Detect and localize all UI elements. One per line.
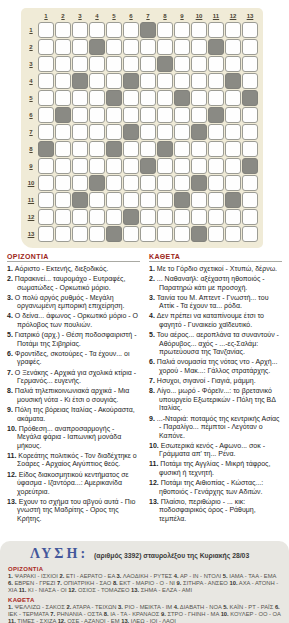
cell-r2c10[interactable] xyxy=(191,39,207,55)
cell-r4c7[interactable] xyxy=(140,73,156,89)
cell-r3c9[interactable] xyxy=(174,56,190,72)
col-label-13: 13 xyxy=(242,11,258,21)
cell-r3c7[interactable] xyxy=(140,56,156,72)
across-clue-item: 4.Ο δείνα... άφωνος - Ορκωτικό μόριο - Ο… xyxy=(7,312,140,329)
block-cell-r5c13 xyxy=(242,90,258,106)
cell-r5c3[interactable] xyxy=(72,90,88,106)
clue-number: 6. xyxy=(149,358,155,365)
cell-r1c3[interactable] xyxy=(72,22,88,38)
cell-r12c4[interactable] xyxy=(89,209,105,225)
cell-r12c12[interactable] xyxy=(225,209,241,225)
col-label-1: 1 xyxy=(38,11,54,21)
solution-entry-number: 10. xyxy=(221,611,229,617)
crossword-grid: 1234567891011121312345678910111213 xyxy=(25,11,258,242)
cell-r3c13[interactable] xyxy=(242,56,258,72)
cell-r4c1[interactable] xyxy=(38,73,54,89)
clue-number: 9. xyxy=(7,406,13,413)
solution-entry: 11. ΤΙΜΕΣ - ΣΧΙΖΑ xyxy=(8,618,58,623)
cell-r9c10[interactable] xyxy=(191,158,207,174)
cell-r13c12[interactable] xyxy=(225,226,241,242)
cell-r1c2[interactable] xyxy=(55,22,71,38)
clue-text: Ησυχοι, σιγανοί - Γιαγιά, μάμμη. xyxy=(157,377,256,384)
block-cell-r4c12 xyxy=(225,73,241,89)
cell-r6c5[interactable] xyxy=(106,107,122,123)
down-clue-item: 11.Ποτάμι της Αγγλίας - Μικρή τάφρος, φυ… xyxy=(149,460,282,477)
cell-r7c4[interactable] xyxy=(89,124,105,140)
solution-entry-number: 7. xyxy=(50,611,55,617)
cell-r13c7[interactable] xyxy=(140,226,156,242)
solution-entry-answers: ΟΣΙΟΣ - ΤΟΜΑΖΕΟ xyxy=(78,587,129,593)
cell-r10c3[interactable] xyxy=(72,175,88,191)
solution-entry: 8. ΙΑ - ΤΑ - ΚΡΑΝΑΟΣ xyxy=(104,611,161,617)
cell-r8c6[interactable] xyxy=(123,141,139,157)
cell-r8c13[interactable] xyxy=(242,141,258,157)
block-cell-r5c5 xyxy=(106,90,122,106)
solution-entry: 12. ΟΣΕ - ΑΖΑΝΟΙ - ΕΜ xyxy=(58,618,122,623)
cell-r2c1[interactable] xyxy=(38,39,54,55)
cell-r11c6[interactable] xyxy=(123,192,139,208)
cell-r8c10[interactable] xyxy=(191,141,207,157)
cell-r12c2[interactable] xyxy=(55,209,71,225)
clue-number: 6. xyxy=(7,350,13,357)
clue-text: ... Ναθαναήλ: αξέχαστη ηθοποιός - Παρατη… xyxy=(157,275,265,291)
cell-r2c2[interactable] xyxy=(55,39,71,55)
cell-r1c1[interactable] xyxy=(38,22,54,38)
cell-r13c11[interactable] xyxy=(208,226,224,242)
cell-r4c4[interactable] xyxy=(89,73,105,89)
solution-entry-answers: ΕΚΤ - ΜΑΡΙΟ - Ο - ΝΙ xyxy=(119,580,175,586)
clue-number: 13. xyxy=(7,498,17,505)
cell-r3c2[interactable] xyxy=(55,56,71,72)
cell-r9c8[interactable] xyxy=(157,158,173,174)
down-clue-item: 4.Δεν πρέπει να καταπίνουμε έτσι το φαγη… xyxy=(149,312,282,329)
clue-text: Πόλη της βόρειας Ιταλίας - Ακούραστα, ακ… xyxy=(15,406,135,422)
solution-entry: 1. ΨΑΡΑΚΙ - ΙΣΧΙΟΙ xyxy=(8,573,60,579)
block-cell-r8c5 xyxy=(106,141,122,157)
cell-r2c3[interactable] xyxy=(72,39,88,55)
block-cell-r6c2 xyxy=(55,107,71,123)
cell-r11c4[interactable] xyxy=(89,192,105,208)
across-clue-item: 5.Γιατρικό (αρχ.) - Θέση ποδοσφαιριστή -… xyxy=(7,331,140,348)
cell-r4c5[interactable] xyxy=(106,73,122,89)
col-label-4: 4 xyxy=(89,11,105,21)
row-label-4: 4 xyxy=(25,73,37,89)
solution-entry-number: 9. xyxy=(177,580,182,586)
cell-r7c5[interactable] xyxy=(106,124,122,140)
cell-r5c12[interactable] xyxy=(225,90,241,106)
solution-entry-number: 13. xyxy=(131,587,139,593)
clue-number: 1. xyxy=(149,265,155,272)
block-cell-r11c3 xyxy=(72,192,88,208)
solution-panel: ΛΥΣΗ: (αριθμός 3392) σταυρολέξου της Κυρ… xyxy=(0,541,289,623)
clue-number: 4. xyxy=(7,312,13,319)
cell-r6c3[interactable] xyxy=(72,107,88,123)
across-clue-item: 7.Ο Ξενάκης - Αρχικά για σχολικά κτίρια … xyxy=(7,369,140,386)
cell-r3c4[interactable] xyxy=(89,56,105,72)
clue-number: 12. xyxy=(7,471,17,478)
clues-section: ΟΡΙΖΟΝΤΙΑ 1.Αόριστο - Εκτενής, διεξοδικό… xyxy=(0,248,289,525)
solution-entry-number: 11. xyxy=(8,618,16,623)
clue-number: 2. xyxy=(7,275,13,282)
down-clue-item: 13.Πλαίσιο, περιθώριο - ... κικ: ποδοσφα… xyxy=(149,498,282,524)
cell-r11c10[interactable] xyxy=(191,192,207,208)
down-clue-item: 3.Ταινία του Μ. Απτεντ - Γνωστή... του Α… xyxy=(149,294,282,311)
cell-r13c4[interactable] xyxy=(89,226,105,242)
cell-r2c6[interactable] xyxy=(123,39,139,55)
cell-r3c11[interactable] xyxy=(208,56,224,72)
down-clue-item: 9....-Νταριά: ποταμός της κεντρικής Ασία… xyxy=(149,415,282,441)
cell-r12c5[interactable] xyxy=(106,209,122,225)
cell-r11c11[interactable] xyxy=(208,192,224,208)
cell-r13c13[interactable] xyxy=(242,226,258,242)
cell-r6c7[interactable] xyxy=(140,107,156,123)
cell-r13c2[interactable] xyxy=(55,226,71,242)
cell-r5c6[interactable] xyxy=(123,90,139,106)
cell-r4c13[interactable] xyxy=(242,73,258,89)
clue-number: 8. xyxy=(149,387,155,394)
solution-entry: 12. ΟΣΙΟΣ - ΤΟΜΑΖΕΟ xyxy=(68,587,131,593)
solution-entry: 5. ΚΑΪΝ - ΡΤ - ΡΑΪΣ xyxy=(223,604,275,610)
cell-r8c4[interactable] xyxy=(89,141,105,157)
cell-r6c6[interactable] xyxy=(123,107,139,123)
cell-r2c8[interactable] xyxy=(157,39,173,55)
cell-r9c11[interactable] xyxy=(208,158,224,174)
solution-entry-number: 3. xyxy=(117,573,122,579)
solution-entry-answers: ΚΟΥΛΕΡ - ΟΟ - ΟΑ xyxy=(230,611,280,617)
cell-r1c6[interactable] xyxy=(123,22,139,38)
cell-r2c5[interactable] xyxy=(106,39,122,55)
cell-r10c7[interactable] xyxy=(140,175,156,191)
block-cell-r11c12 xyxy=(225,192,241,208)
solution-entry-number: 5. xyxy=(223,573,228,579)
cell-r5c8[interactable] xyxy=(157,90,173,106)
across-clue-item: 9.Πόλη της βόρειας Ιταλίας - Ακούραστα, … xyxy=(7,406,140,423)
block-cell-r13c10 xyxy=(191,226,207,242)
cell-r5c1[interactable] xyxy=(38,90,54,106)
cell-r7c2[interactable] xyxy=(55,124,71,140)
cell-r3c6[interactable] xyxy=(123,56,139,72)
crossword-page: 1234567891011121312345678910111213 ΟΡΙΖΟ… xyxy=(0,0,289,623)
cell-r13c8[interactable] xyxy=(157,226,173,242)
block-cell-r12c6 xyxy=(123,209,139,225)
cell-r9c6[interactable] xyxy=(123,158,139,174)
solution-entry-number: 6. xyxy=(8,580,13,586)
cell-r12c10[interactable] xyxy=(191,209,207,225)
cell-r9c3[interactable] xyxy=(72,158,88,174)
cell-r1c9[interactable] xyxy=(174,22,190,38)
across-clue-item: 8.Παλιά τηλεπικοινωνιακά αρχικά - Μια μο… xyxy=(7,387,140,404)
cell-r6c1[interactable] xyxy=(38,107,54,123)
clue-number: 13. xyxy=(149,498,159,505)
solution-entry: 1. ΨΕΛΛΙΖΩ - ΣΑΚΟΣ xyxy=(8,604,66,610)
clue-text: Ο δείνα... άφωνος - Ορκωτικό μόριο - Ο π… xyxy=(15,312,138,328)
cell-r6c13[interactable] xyxy=(242,107,258,123)
clue-text: Κορεάτης πολιτικός - Τον διαδέχτηκε ο Σο… xyxy=(17,452,137,468)
cell-r11c5[interactable] xyxy=(106,192,122,208)
clue-number: 10. xyxy=(7,425,17,432)
row-label-1: 1 xyxy=(25,22,37,38)
cell-r7c12[interactable] xyxy=(225,124,241,140)
solution-entry-answers: ΕΤΙ - ΑΕΡΑΤΟ - ΕΑ xyxy=(66,573,115,579)
solution-entry-answers: ΚΑΪΝ - ΡΤ - ΡΑΪΣ xyxy=(230,604,274,610)
solution-entry-number: 2. xyxy=(60,573,65,579)
block-cell-r11c9 xyxy=(174,192,190,208)
cell-r7c13[interactable] xyxy=(242,124,258,140)
solution-entry-number: 13. xyxy=(121,618,129,623)
solution-entry: 8. ΕΚΤ - ΜΑΡΙΟ - Ο - ΝΙ xyxy=(113,580,177,586)
cell-r10c12[interactable] xyxy=(225,175,241,191)
clue-number: 11. xyxy=(149,460,158,467)
cell-r3c5[interactable] xyxy=(106,56,122,72)
col-label-9: 9 xyxy=(174,11,190,21)
cell-r10c11[interactable] xyxy=(208,175,224,191)
solution-entry-answers: ΡΙΟ - ΜΕΙΚΤΑ - ΙΜ xyxy=(125,604,173,610)
cell-r3c10[interactable] xyxy=(191,56,207,72)
cell-r1c12[interactable] xyxy=(225,22,241,38)
solution-entry-answers: ΡΗΝΑΝΙΑ - ΟΣΤΑ xyxy=(57,611,102,617)
clue-number: 8. xyxy=(7,387,13,394)
across-clue-item: 12.Είδος διακοσμητικού κεντήματος σε ύφα… xyxy=(7,471,140,497)
clue-text: Εχουν το σχήμα του αβγού αυτά - Πιο γνωσ… xyxy=(17,498,135,522)
cell-r4c2[interactable] xyxy=(55,73,71,89)
col-label-5: 5 xyxy=(106,11,122,21)
solution-entry: 3. ΛΑΟΔΙΚΗ - ΡΥΤΕΣ xyxy=(117,573,174,579)
cell-r13c6[interactable] xyxy=(123,226,139,242)
solution-entry-answers: ΚΙ - ΝΙΑΣΑ - ΟΙ xyxy=(28,587,67,593)
cell-r12c3[interactable] xyxy=(72,209,88,225)
cell-r7c3[interactable] xyxy=(72,124,88,140)
row-label-9: 9 xyxy=(25,158,37,174)
cell-r10c6[interactable] xyxy=(123,175,139,191)
row-label-2: 2 xyxy=(25,39,37,55)
cell-r3c12[interactable] xyxy=(225,56,241,72)
row-label-3: 3 xyxy=(25,56,37,72)
crossword-board-panel: 1234567891011121312345678910111213 xyxy=(21,8,263,248)
row-label-10: 10 xyxy=(25,175,37,191)
cell-r6c4[interactable] xyxy=(89,107,105,123)
cell-r10c1[interactable] xyxy=(38,175,54,191)
cell-r9c9[interactable] xyxy=(174,158,190,174)
solution-entry: 13. ΣΗΜΑ - ΕΛΖΑ - ΑΜΙ xyxy=(131,587,192,593)
solution-entry-number: 2. xyxy=(66,604,71,610)
col-label-2: 2 xyxy=(55,11,71,21)
cell-r4c8[interactable] xyxy=(157,73,173,89)
cell-r6c12[interactable] xyxy=(225,107,241,123)
across-clue-item: 2.Παρακινεί... ταυρομάχο - Ευτραφές, σωμ… xyxy=(7,275,140,292)
cell-r7c8[interactable] xyxy=(157,124,173,140)
col-label-7: 7 xyxy=(140,11,156,21)
clue-number: 1. xyxy=(7,265,13,272)
cell-r3c3[interactable] xyxy=(72,56,88,72)
cell-r10c13[interactable] xyxy=(242,175,258,191)
solution-across-text: 1. ΨΑΡΑΚΙ - ΙΣΧΙΟΙ 2. ΕΤΙ - ΑΕΡΑΤΟ - ΕΑ … xyxy=(8,573,281,593)
solution-entry-number: 10. xyxy=(229,580,237,586)
down-clue-item: 5.Του αέρος... αεροπλάνα τα συναντούν - … xyxy=(149,331,282,357)
cell-r10c8[interactable] xyxy=(157,175,173,191)
clue-text: Αόριστο - Εκτενής, διεξοδικός. xyxy=(15,265,108,272)
cell-r6c9[interactable] xyxy=(174,107,190,123)
cell-r4c10[interactable] xyxy=(191,73,207,89)
cell-r12c8[interactable] xyxy=(157,209,173,225)
cell-r8c9[interactable] xyxy=(174,141,190,157)
cell-r10c2[interactable] xyxy=(55,175,71,191)
solution-entry-answers: ΣΙΤΗΡΑ - ΑΝΣΕΟ xyxy=(183,580,228,586)
down-clues-column: ΚΑΘΕΤΑ 1.Με το Γόρδιο σχετικοί - Χτυπώ, … xyxy=(149,253,282,525)
clue-text: Ο Ξενάκης - Αρχικά για σχολικά κτίρια - … xyxy=(15,369,136,385)
cell-r1c10[interactable] xyxy=(191,22,207,38)
cell-r12c1[interactable] xyxy=(38,209,54,225)
cell-r5c7[interactable] xyxy=(140,90,156,106)
clue-number: 7. xyxy=(149,377,155,384)
solution-entry-answers: ΑΤΑΡΑ - ΤΕΙΧΩΝ xyxy=(73,604,117,610)
solution-entry: 7. ΟΠΙΑΤΡΙΚΗ - ΣΑΟ xyxy=(57,580,113,586)
cell-r6c10[interactable] xyxy=(191,107,207,123)
solution-entry-number: 3. xyxy=(118,604,123,610)
solution-entry-answers: ΣΤΡΟ - ΓΗΙΝΗ - ΜΑ xyxy=(167,611,219,617)
cell-r8c3[interactable] xyxy=(72,141,88,157)
cell-r5c4[interactable] xyxy=(89,90,105,106)
row-label-13: 13 xyxy=(25,226,37,242)
cell-r12c7[interactable] xyxy=(140,209,156,225)
across-clue-item: 1.Αόριστο - Εκτενής, διεξοδικός. xyxy=(7,265,140,274)
cell-r11c8[interactable] xyxy=(157,192,173,208)
clue-number: 9. xyxy=(149,415,155,422)
cell-r10c5[interactable] xyxy=(106,175,122,191)
down-clue-item: 10.Εσωτερικά κενός - Αφωνο... σοκ - Γράμ… xyxy=(149,442,282,459)
solution-entry-answers: ΔΙΑΒΑΤΗ - ΝΟΑ xyxy=(180,604,222,610)
cell-r9c2[interactable] xyxy=(55,158,71,174)
cell-r11c1[interactable] xyxy=(38,192,54,208)
solution-entry: 13. ΙΛΕΩ - ΙΟΙ - ΛΑΟΙ xyxy=(121,618,176,623)
block-cell-r4c6 xyxy=(123,73,139,89)
clue-text: Γιατρικό (αρχ.) - Θέση ποδοσφαιριστή - Π… xyxy=(15,331,137,347)
cell-r2c7[interactable] xyxy=(140,39,156,55)
cell-r6c8[interactable] xyxy=(157,107,173,123)
cell-r9c12[interactable] xyxy=(225,158,241,174)
cell-r12c13[interactable] xyxy=(242,209,258,225)
solution-entry-number: 9. xyxy=(161,611,166,617)
cell-r9c4[interactable] xyxy=(89,158,105,174)
clue-text: Παλιά τηλεπικοινωνιακά αρχικά - Μια μουσ… xyxy=(15,387,130,403)
block-cell-r13c5 xyxy=(106,226,122,242)
cell-r8c12[interactable] xyxy=(225,141,241,157)
down-clue-list: 1.Με το Γόρδιο σχετικοί - Χτυπώ, δέρνω. … xyxy=(149,265,282,524)
cell-r1c4[interactable] xyxy=(89,22,105,38)
cell-r13c3[interactable] xyxy=(72,226,88,242)
solution-entry-answers: ΨΑΡΑΚΙ - ΙΣΧΙΟΙ xyxy=(14,573,57,579)
block-cell-r7c6 xyxy=(123,124,139,140)
cell-r7c7[interactable] xyxy=(140,124,156,140)
cell-r13c9[interactable] xyxy=(174,226,190,242)
solution-entry-answers: ΛΑΟΔΙΚΗ - ΡΥΤΕΣ xyxy=(123,573,172,579)
solution-entry-number: 12. xyxy=(58,618,66,623)
solution-entry-answers: ΨΕΛΛΙΖΩ - ΣΑΚΟΣ xyxy=(14,604,64,610)
solution-entry-number: 4. xyxy=(174,573,179,579)
cell-r11c2[interactable] xyxy=(55,192,71,208)
cell-r12c11[interactable] xyxy=(208,209,224,225)
block-cell-r1c7 xyxy=(140,22,156,38)
solution-entry: 2. ΕΤΙ - ΑΕΡΑΤΟ - ΕΑ xyxy=(60,573,117,579)
cell-r8c7[interactable] xyxy=(140,141,156,157)
cell-r5c10[interactable] xyxy=(191,90,207,106)
solution-entry-number: 4. xyxy=(174,604,179,610)
clue-number: 2. xyxy=(149,275,155,282)
solution-across-heading: ΟΡΙΖΟΝΤΙΑ xyxy=(8,566,281,572)
solution-entry: 2. ΑΤΑΡΑ - ΤΕΙΧΩΝ xyxy=(66,604,118,610)
solution-entry: 11. ΚΙ - ΝΙΑΣΑ - ΟΙ xyxy=(19,587,69,593)
solution-entry: 4. ΔΙΑΒΑΤΗ - ΝΟΑ xyxy=(174,604,223,610)
cell-r11c7[interactable] xyxy=(140,192,156,208)
clue-text: Πρόθεση... αναπροσαρμογής - Μεγάλα φάρια… xyxy=(17,425,121,449)
solution-subtitle: (αριθμός 3392) σταυρολέξου της Κυριακής … xyxy=(94,552,249,559)
cell-r2c12[interactable] xyxy=(225,39,241,55)
cell-r5c2[interactable] xyxy=(55,90,71,106)
block-cell-r9c7 xyxy=(140,158,156,174)
solution-entry-number: 11. xyxy=(19,587,27,593)
down-clue-item: 6.Παλιά ονομασία της νότας ντο - Αρχή...… xyxy=(149,358,282,375)
solution-entry-number: 1. xyxy=(8,573,13,579)
clue-text: Με το Γόρδιο σχετικοί - Χτυπώ, δέρνω. xyxy=(157,265,277,272)
solution-entry-answers: ΙΑ - ΤΑ - ΚΡΑΝΑΟΣ xyxy=(110,611,159,617)
solution-entry: 3. ΡΙΟ - ΜΕΙΚΤΑ - ΙΜ xyxy=(118,604,174,610)
solution-entry: 9. ΣΙΤΗΡΑ - ΑΝΣΕΟ xyxy=(177,580,230,586)
cell-r9c1[interactable] xyxy=(38,158,54,174)
cell-r1c5[interactable] xyxy=(106,22,122,38)
solution-entry-number: 6. xyxy=(275,604,280,610)
cell-r10c9[interactable] xyxy=(174,175,190,191)
cell-r1c13[interactable] xyxy=(242,22,258,38)
clue-text: Είδος διακοσμητικού κεντήματος σε ύφασμα… xyxy=(17,471,129,495)
cell-r13c1[interactable] xyxy=(38,226,54,242)
cell-r7c9[interactable] xyxy=(174,124,190,140)
across-heading: ΟΡΙΖΟΝΤΙΑ xyxy=(7,253,140,262)
cell-r11c13[interactable] xyxy=(242,192,258,208)
cell-r7c11[interactable] xyxy=(208,124,224,140)
down-clue-item: 7.Ησυχοι, σιγανοί - Γιαγιά, μάμμη. xyxy=(149,377,282,386)
cell-r3c1[interactable] xyxy=(38,56,54,72)
cell-r7c1[interactable] xyxy=(38,124,54,140)
row-label-8: 8 xyxy=(25,141,37,157)
row-label-6: 6 xyxy=(25,107,37,123)
across-clue-item: 11.Κορεάτης πολιτικός - Τον διαδέχτηκε ο… xyxy=(7,452,140,469)
cell-r5c11[interactable] xyxy=(208,90,224,106)
across-clue-item: 10.Πρόθεση... αναπροσαρμογής - Μεγάλα φά… xyxy=(7,425,140,451)
cell-r2c13[interactable] xyxy=(242,39,258,55)
cell-r4c11[interactable] xyxy=(208,73,224,89)
clue-text: Παρακινεί... ταυρομάχο - Ευτραφές, σωματ… xyxy=(15,275,126,291)
clue-number: 5. xyxy=(149,331,155,338)
block-cell-r2c4 xyxy=(89,39,105,55)
clue-text: ...-Νταριά: ποταμός της κεντρικής Ασίας … xyxy=(157,415,280,439)
solution-entry-answers: ΙΑΜΑ - ΤΑΑ - ΕΜΑ xyxy=(229,573,276,579)
block-cell-r10c4 xyxy=(89,175,105,191)
cell-r12c9[interactable] xyxy=(174,209,190,225)
cell-r9c5[interactable] xyxy=(106,158,122,174)
block-cell-r2c11 xyxy=(208,39,224,55)
cell-r2c9[interactable] xyxy=(174,39,190,55)
cell-r8c2[interactable] xyxy=(55,141,71,157)
clue-text: Ο πολύ αργός ρυθμός - Μεγάλη οργανωμένη … xyxy=(15,294,125,310)
down-clue-item: 8.Λίγο... μωρό - Φόρεϊν...: το βρετανικό… xyxy=(149,387,282,413)
down-heading: ΚΑΘΕΤΑ xyxy=(149,253,282,262)
cell-r8c11[interactable] xyxy=(208,141,224,157)
clue-text: Εσωτερικά κενός - Αφωνο... σοκ - Γράμματ… xyxy=(159,442,265,458)
solution-entry: 7. ΡΗΝΑΝΙΑ - ΟΣΤΑ xyxy=(50,611,103,617)
solution-down-text: 1. ΨΕΛΛΙΖΩ - ΣΑΚΟΣ 2. ΑΤΑΡΑ - ΤΕΙΧΩΝ 3. … xyxy=(8,604,281,623)
cell-r1c8[interactable] xyxy=(157,22,173,38)
cell-r1c11[interactable] xyxy=(208,22,224,38)
cell-r4c9[interactable] xyxy=(174,73,190,89)
